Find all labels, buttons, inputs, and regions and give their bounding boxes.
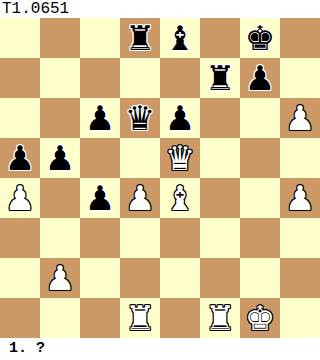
square-b3[interactable] [40,218,80,258]
square-f6[interactable] [200,98,240,138]
square-h5[interactable] [280,138,320,178]
move-prompt: 1. ? [0,338,320,360]
square-b7[interactable] [40,58,80,98]
square-g1[interactable]: ♚ [240,298,280,338]
square-a1[interactable] [0,298,40,338]
square-a5[interactable]: ♟ [0,138,40,178]
white-pawn-d4[interactable]: ♟ [125,178,155,218]
square-h4[interactable]: ♟ [280,178,320,218]
square-b4[interactable] [40,178,80,218]
square-g6[interactable] [240,98,280,138]
square-e4[interactable]: ♝ [160,178,200,218]
square-e3[interactable] [160,218,200,258]
square-g2[interactable] [240,258,280,298]
square-c7[interactable] [80,58,120,98]
square-a2[interactable] [0,258,40,298]
square-a7[interactable] [0,58,40,98]
square-h3[interactable] [280,218,320,258]
white-rook-f1[interactable]: ♜ [205,298,235,338]
square-c3[interactable] [80,218,120,258]
chess-puzzle-window: T1.0651 ♜♝♚♜♟♟♛♟♟♟♟♛♟♟♟♝♟♟♜♜♚ 1. ? [0,0,320,360]
white-bishop-e4[interactable]: ♝ [165,178,195,218]
square-a4[interactable]: ♟ [0,178,40,218]
chess-board: ♜♝♚♜♟♟♛♟♟♟♟♛♟♟♟♝♟♟♜♜♚ [0,18,320,338]
white-queen-e5[interactable]: ♛ [165,138,195,178]
black-pawn-b5[interactable]: ♟ [45,138,75,178]
square-e8[interactable]: ♝ [160,18,200,58]
square-b2[interactable]: ♟ [40,258,80,298]
black-rook-d8[interactable]: ♜ [125,18,155,58]
black-bishop-e8[interactable]: ♝ [165,18,195,58]
square-b5[interactable]: ♟ [40,138,80,178]
black-pawn-c4[interactable]: ♟ [85,178,115,218]
square-f1[interactable]: ♜ [200,298,240,338]
white-king-g1[interactable]: ♚ [245,298,275,338]
black-pawn-e6[interactable]: ♟ [165,98,195,138]
black-pawn-g7[interactable]: ♟ [245,58,275,98]
square-e2[interactable] [160,258,200,298]
square-a8[interactable] [0,18,40,58]
black-queen-d6[interactable]: ♛ [125,98,155,138]
square-f7[interactable]: ♜ [200,58,240,98]
square-b6[interactable] [40,98,80,138]
square-g3[interactable] [240,218,280,258]
square-h8[interactable] [280,18,320,58]
white-pawn-h6[interactable]: ♟ [285,98,315,138]
square-d4[interactable]: ♟ [120,178,160,218]
black-pawn-a5[interactable]: ♟ [5,138,35,178]
square-c4[interactable]: ♟ [80,178,120,218]
square-d7[interactable] [120,58,160,98]
square-d3[interactable] [120,218,160,258]
black-pawn-c6[interactable]: ♟ [85,98,115,138]
white-pawn-h4[interactable]: ♟ [285,178,315,218]
page-title: T1.0651 [0,0,320,18]
square-a3[interactable] [0,218,40,258]
square-h7[interactable] [280,58,320,98]
square-e7[interactable] [160,58,200,98]
white-pawn-a4[interactable]: ♟ [5,178,35,218]
square-b1[interactable] [40,298,80,338]
square-f3[interactable] [200,218,240,258]
white-pawn-b2[interactable]: ♟ [45,258,75,298]
square-c2[interactable] [80,258,120,298]
square-g7[interactable]: ♟ [240,58,280,98]
square-f8[interactable] [200,18,240,58]
square-b8[interactable] [40,18,80,58]
square-c8[interactable] [80,18,120,58]
square-g4[interactable] [240,178,280,218]
square-f2[interactable] [200,258,240,298]
square-d8[interactable]: ♜ [120,18,160,58]
square-e5[interactable]: ♛ [160,138,200,178]
square-e1[interactable] [160,298,200,338]
black-king-g8[interactable]: ♚ [245,18,275,58]
square-f4[interactable] [200,178,240,218]
square-h1[interactable] [280,298,320,338]
square-g8[interactable]: ♚ [240,18,280,58]
square-c5[interactable] [80,138,120,178]
square-d6[interactable]: ♛ [120,98,160,138]
white-rook-d1[interactable]: ♜ [125,298,155,338]
square-f5[interactable] [200,138,240,178]
square-c1[interactable] [80,298,120,338]
square-c6[interactable]: ♟ [80,98,120,138]
square-g5[interactable] [240,138,280,178]
square-h6[interactable]: ♟ [280,98,320,138]
black-rook-f7[interactable]: ♜ [205,58,235,98]
square-e6[interactable]: ♟ [160,98,200,138]
square-d2[interactable] [120,258,160,298]
square-d5[interactable] [120,138,160,178]
square-a6[interactable] [0,98,40,138]
square-d1[interactable]: ♜ [120,298,160,338]
square-h2[interactable] [280,258,320,298]
